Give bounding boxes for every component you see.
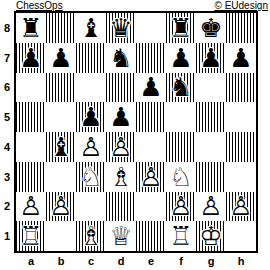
piece-black-rook: ♜ — [16, 13, 46, 43]
piece-fill: ♜ — [166, 13, 196, 43]
square-d5: ♟♟ — [106, 102, 136, 132]
square-a2: ♟♙ — [16, 192, 46, 222]
square-d8: ♛♛ — [106, 13, 136, 43]
square-f4 — [166, 132, 196, 162]
piece-fill: ♟ — [226, 192, 256, 222]
square-e6: ♟♟ — [136, 73, 166, 103]
piece-fill: ♟ — [76, 102, 106, 132]
piece-black-pawn: ♟ — [76, 102, 106, 132]
square-e1 — [136, 221, 166, 251]
rank-label-8: 8 — [0, 13, 14, 43]
square-d1: ♛♕ — [106, 221, 136, 251]
piece-white-pawn: ♙ — [136, 162, 166, 192]
piece-white-pawn: ♙ — [16, 192, 46, 222]
piece-white-knight: ♘ — [76, 162, 106, 192]
square-c7 — [76, 43, 106, 73]
board-frame: ♜♜♝♝♛♛♜♜♚♚♟♟♟♟♞♞♟♟♟♟♟♟♟♟♞♞♟♟♟♟♝♝♟♙♟♙♞♘♝♗… — [14, 11, 258, 253]
square-d7: ♞♞ — [106, 43, 136, 73]
piece-fill: ♜ — [166, 221, 196, 251]
piece-fill: ♝ — [106, 162, 136, 192]
piece-black-queen: ♛ — [106, 13, 136, 43]
file-label-b: b — [46, 253, 76, 269]
square-h6 — [226, 73, 256, 103]
piece-black-pawn: ♟ — [226, 43, 256, 73]
square-g2: ♟♙ — [196, 192, 226, 222]
app-title: ChessOps — [16, 0, 63, 11]
piece-fill: ♟ — [196, 43, 226, 73]
piece-fill: ♛ — [106, 13, 136, 43]
piece-fill: ♞ — [76, 162, 106, 192]
square-d3: ♝♗ — [106, 162, 136, 192]
piece-black-pawn: ♟ — [106, 102, 136, 132]
square-b6 — [46, 73, 76, 103]
square-a1: ♜♖ — [16, 221, 46, 251]
square-b8 — [46, 13, 76, 43]
file-label-e: e — [136, 253, 166, 269]
file-label-h: h — [226, 253, 256, 269]
square-h7: ♟♟ — [226, 43, 256, 73]
piece-black-bishop: ♝ — [76, 13, 106, 43]
square-b4: ♝♝ — [46, 132, 76, 162]
square-b3 — [46, 162, 76, 192]
file-label-c: c — [76, 253, 106, 269]
piece-black-pawn: ♟ — [166, 43, 196, 73]
piece-white-bishop: ♗ — [106, 162, 136, 192]
piece-fill: ♝ — [76, 13, 106, 43]
piece-white-bishop: ♗ — [76, 221, 106, 251]
square-h4 — [226, 132, 256, 162]
rank-label-3: 3 — [0, 162, 14, 192]
square-e7 — [136, 43, 166, 73]
square-b1 — [46, 221, 76, 251]
rank-label-6: 6 — [0, 73, 14, 103]
square-g7: ♟♟ — [196, 43, 226, 73]
square-f1: ♜♖ — [166, 221, 196, 251]
square-a5 — [16, 102, 46, 132]
piece-black-pawn: ♟ — [136, 73, 166, 103]
chess-board: ♜♜♝♝♛♛♜♜♚♚♟♟♟♟♞♞♟♟♟♟♟♟♟♟♞♞♟♟♟♟♝♝♟♙♟♙♞♘♝♗… — [16, 13, 256, 251]
rank-label-5: 5 — [0, 102, 14, 132]
piece-fill: ♟ — [46, 192, 76, 222]
square-a7: ♟♟ — [16, 43, 46, 73]
square-c8: ♝♝ — [76, 13, 106, 43]
square-f2: ♟♙ — [166, 192, 196, 222]
piece-white-rook: ♖ — [16, 221, 46, 251]
square-d2 — [106, 192, 136, 222]
square-g4 — [196, 132, 226, 162]
piece-fill: ♟ — [76, 132, 106, 162]
piece-fill: ♝ — [76, 221, 106, 251]
piece-fill: ♝ — [46, 132, 76, 162]
square-g8: ♚♚ — [196, 13, 226, 43]
piece-white-queen: ♕ — [106, 221, 136, 251]
piece-black-king: ♚ — [196, 13, 226, 43]
piece-white-knight: ♘ — [166, 162, 196, 192]
piece-fill: ♟ — [136, 73, 166, 103]
square-f8: ♜♜ — [166, 13, 196, 43]
square-h3 — [226, 162, 256, 192]
square-c3: ♞♘ — [76, 162, 106, 192]
square-c2 — [76, 192, 106, 222]
piece-white-pawn: ♙ — [226, 192, 256, 222]
piece-fill: ♚ — [196, 13, 226, 43]
square-h5 — [226, 102, 256, 132]
piece-fill: ♟ — [16, 192, 46, 222]
rank-label-4: 4 — [0, 132, 14, 162]
file-labels: abcdefgh — [16, 253, 256, 269]
piece-fill: ♞ — [106, 43, 136, 73]
piece-fill: ♟ — [226, 43, 256, 73]
square-h1 — [226, 221, 256, 251]
copyright-notice: © EUdesign — [214, 0, 268, 11]
file-label-d: d — [106, 253, 136, 269]
square-f3: ♞♘ — [166, 162, 196, 192]
square-c5: ♟♟ — [76, 102, 106, 132]
piece-fill: ♞ — [166, 162, 196, 192]
chessops-diagram: ChessOps © EUdesign 87654321 ♜♜♝♝♛♛♜♜♚♚♟… — [0, 0, 270, 270]
piece-white-pawn: ♙ — [166, 192, 196, 222]
file-label-g: g — [196, 253, 226, 269]
square-f7: ♟♟ — [166, 43, 196, 73]
square-e3: ♟♙ — [136, 162, 166, 192]
piece-fill: ♟ — [16, 43, 46, 73]
piece-black-pawn: ♟ — [16, 43, 46, 73]
piece-black-knight: ♞ — [106, 43, 136, 73]
square-c6 — [76, 73, 106, 103]
piece-fill: ♞ — [166, 73, 196, 103]
square-e5 — [136, 102, 166, 132]
piece-fill: ♟ — [46, 43, 76, 73]
square-g5 — [196, 102, 226, 132]
square-e2 — [136, 192, 166, 222]
square-g3 — [196, 162, 226, 192]
rank-labels: 87654321 — [0, 13, 14, 251]
piece-white-pawn: ♙ — [46, 192, 76, 222]
square-b7: ♟♟ — [46, 43, 76, 73]
piece-white-pawn: ♙ — [106, 132, 136, 162]
piece-fill: ♟ — [166, 43, 196, 73]
square-g6 — [196, 73, 226, 103]
piece-fill: ♟ — [166, 192, 196, 222]
square-a3 — [16, 162, 46, 192]
square-c4: ♟♙ — [76, 132, 106, 162]
piece-white-rook: ♖ — [166, 221, 196, 251]
piece-fill: ♟ — [136, 162, 166, 192]
square-g1: ♚♔ — [196, 221, 226, 251]
piece-white-king: ♔ — [196, 221, 226, 251]
piece-white-pawn: ♙ — [196, 192, 226, 222]
piece-fill: ♟ — [196, 192, 226, 222]
square-f6: ♞♞ — [166, 73, 196, 103]
piece-fill: ♚ — [196, 221, 226, 251]
piece-black-bishop: ♝ — [46, 132, 76, 162]
square-e8 — [136, 13, 166, 43]
rank-label-7: 7 — [0, 43, 14, 73]
rank-label-1: 1 — [0, 221, 14, 251]
piece-black-knight: ♞ — [166, 73, 196, 103]
rank-label-2: 2 — [0, 192, 14, 222]
square-f5 — [166, 102, 196, 132]
piece-fill: ♜ — [16, 221, 46, 251]
file-label-a: a — [16, 253, 46, 269]
piece-fill: ♟ — [106, 102, 136, 132]
square-a4 — [16, 132, 46, 162]
square-e4 — [136, 132, 166, 162]
piece-black-pawn: ♟ — [46, 43, 76, 73]
piece-black-rook: ♜ — [166, 13, 196, 43]
piece-fill: ♟ — [106, 132, 136, 162]
square-h2: ♟♙ — [226, 192, 256, 222]
piece-fill: ♛ — [106, 221, 136, 251]
square-a6 — [16, 73, 46, 103]
square-d4: ♟♙ — [106, 132, 136, 162]
piece-fill: ♜ — [16, 13, 46, 43]
piece-white-pawn: ♙ — [76, 132, 106, 162]
square-c1: ♝♗ — [76, 221, 106, 251]
square-b5 — [46, 102, 76, 132]
file-label-f: f — [166, 253, 196, 269]
square-d6 — [106, 73, 136, 103]
square-b2: ♟♙ — [46, 192, 76, 222]
square-h8 — [226, 13, 256, 43]
square-a8: ♜♜ — [16, 13, 46, 43]
piece-black-pawn: ♟ — [196, 43, 226, 73]
